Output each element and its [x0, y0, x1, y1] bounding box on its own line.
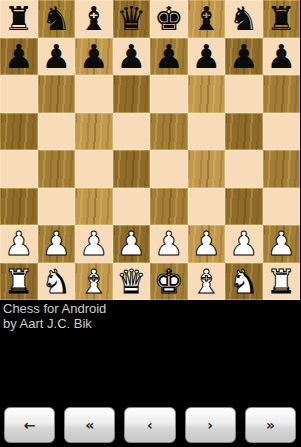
square-d2[interactable]: ♟	[113, 225, 151, 263]
piece-black-pawn: ♟	[229, 38, 259, 75]
square-h5[interactable]	[263, 113, 301, 151]
piece-white-rook: ♜	[266, 263, 296, 300]
square-a6[interactable]	[0, 75, 38, 113]
square-c3[interactable]	[75, 188, 113, 226]
square-b5[interactable]	[38, 113, 76, 151]
next-move-button[interactable]: ›	[185, 407, 236, 443]
piece-white-pawn: ♟	[229, 225, 259, 262]
square-g3[interactable]	[225, 188, 263, 226]
square-g1[interactable]: ♞	[225, 263, 263, 301]
fast-forward-icon: »	[266, 417, 275, 433]
square-e3[interactable]	[150, 188, 188, 226]
piece-black-rook: ♜	[4, 0, 34, 37]
piece-white-pawn: ♟	[116, 225, 146, 262]
square-c1[interactable]: ♝	[75, 263, 113, 301]
square-b1[interactable]: ♞	[38, 263, 76, 301]
square-c4[interactable]	[75, 150, 113, 188]
square-f5[interactable]	[188, 113, 226, 151]
piece-black-bishop: ♝	[79, 0, 109, 37]
left-arrow-icon: ←	[24, 417, 36, 433]
square-g4[interactable]	[225, 150, 263, 188]
square-h2[interactable]: ♟	[263, 225, 301, 263]
square-h8[interactable]: ♜	[263, 0, 301, 38]
piece-white-pawn: ♟	[191, 225, 221, 262]
square-a7[interactable]: ♟	[0, 38, 38, 76]
square-g8[interactable]: ♞	[225, 0, 263, 38]
square-b8[interactable]: ♞	[38, 0, 76, 38]
piece-black-pawn: ♟	[191, 38, 221, 75]
square-f7[interactable]: ♟	[188, 38, 226, 76]
square-f8[interactable]: ♝	[188, 0, 226, 38]
square-d8[interactable]: ♛	[113, 0, 151, 38]
chess-board: ♜♞♝♛♚♝♞♜♟♟♟♟♟♟♟♟♟♟♟♟♟♟♟♟♜♞♝♛♚♝♞♜	[0, 0, 300, 300]
square-a3[interactable]	[0, 188, 38, 226]
square-f3[interactable]	[188, 188, 226, 226]
square-b3[interactable]	[38, 188, 76, 226]
square-b4[interactable]	[38, 150, 76, 188]
square-b2[interactable]: ♟	[38, 225, 76, 263]
square-e6[interactable]	[150, 75, 188, 113]
square-e1[interactable]: ♚	[150, 263, 188, 301]
square-a4[interactable]	[0, 150, 38, 188]
piece-white-bishop: ♝	[79, 263, 109, 300]
square-f2[interactable]: ♟	[188, 225, 226, 263]
piece-white-pawn: ♟	[41, 225, 71, 262]
square-d6[interactable]	[113, 75, 151, 113]
piece-black-king: ♚	[154, 0, 184, 37]
square-h7[interactable]: ♟	[263, 38, 301, 76]
piece-black-bishop: ♝	[191, 0, 221, 37]
fast-backward-icon: «	[85, 417, 94, 433]
square-g6[interactable]	[225, 75, 263, 113]
square-e7[interactable]: ♟	[150, 38, 188, 76]
square-c7[interactable]: ♟	[75, 38, 113, 76]
square-b6[interactable]	[38, 75, 76, 113]
app-title: Chess for Android	[3, 301, 106, 316]
square-h6[interactable]	[263, 75, 301, 113]
square-f1[interactable]: ♝	[188, 263, 226, 301]
piece-black-pawn: ♟	[116, 38, 146, 75]
piece-white-pawn: ♟	[154, 225, 184, 262]
square-a2[interactable]: ♟	[0, 225, 38, 263]
square-d3[interactable]	[113, 188, 151, 226]
square-a8[interactable]: ♜	[0, 0, 38, 38]
piece-black-pawn: ♟	[154, 38, 184, 75]
square-d4[interactable]	[113, 150, 151, 188]
piece-white-queen: ♛	[116, 263, 146, 300]
piece-black-rook: ♜	[266, 0, 296, 37]
back-button[interactable]: ←	[4, 407, 55, 443]
step-forward-icon: ›	[207, 417, 213, 433]
piece-black-pawn: ♟	[4, 38, 34, 75]
square-e8[interactable]: ♚	[150, 0, 188, 38]
square-c5[interactable]	[75, 113, 113, 151]
piece-black-queen: ♛	[116, 0, 146, 37]
app-screen: ♜♞♝♛♚♝♞♜♟♟♟♟♟♟♟♟♟♟♟♟♟♟♟♟♜♞♝♛♚♝♞♜ Chess f…	[0, 0, 300, 447]
piece-white-bishop: ♝	[191, 263, 221, 300]
piece-black-knight: ♞	[41, 0, 71, 37]
prev-move-button[interactable]: ‹	[124, 407, 175, 443]
square-h1[interactable]: ♜	[263, 263, 301, 301]
last-move-button[interactable]: »	[245, 407, 296, 443]
piece-black-knight: ♞	[229, 0, 259, 37]
square-g7[interactable]: ♟	[225, 38, 263, 76]
square-e2[interactable]: ♟	[150, 225, 188, 263]
square-h4[interactable]	[263, 150, 301, 188]
piece-black-pawn: ♟	[266, 38, 296, 75]
piece-black-pawn: ♟	[79, 38, 109, 75]
piece-white-pawn: ♟	[266, 225, 296, 262]
piece-white-knight: ♞	[229, 263, 259, 300]
square-d1[interactable]: ♛	[113, 263, 151, 301]
first-move-button[interactable]: «	[64, 407, 115, 443]
square-a1[interactable]: ♜	[0, 263, 38, 301]
piece-white-king: ♚	[154, 263, 184, 300]
piece-white-pawn: ♟	[79, 225, 109, 262]
square-c2[interactable]: ♟	[75, 225, 113, 263]
square-f6[interactable]	[188, 75, 226, 113]
square-a5[interactable]	[0, 113, 38, 151]
app-author: by Aart J.C. Bik	[3, 316, 106, 331]
piece-white-pawn: ♟	[4, 225, 34, 262]
square-d5[interactable]	[113, 113, 151, 151]
square-g5[interactable]	[225, 113, 263, 151]
square-c6[interactable]	[75, 75, 113, 113]
square-f4[interactable]	[188, 150, 226, 188]
piece-white-knight: ♞	[41, 263, 71, 300]
piece-white-rook: ♜	[4, 263, 34, 300]
square-e4[interactable]	[150, 150, 188, 188]
step-backward-icon: ‹	[147, 417, 153, 433]
piece-black-pawn: ♟	[41, 38, 71, 75]
square-d7[interactable]: ♟	[113, 38, 151, 76]
app-info: Chess for Android by Aart J.C. Bik	[3, 301, 106, 331]
square-c8[interactable]: ♝	[75, 0, 113, 38]
square-b7[interactable]: ♟	[38, 38, 76, 76]
square-h3[interactable]	[263, 188, 301, 226]
square-e5[interactable]	[150, 113, 188, 151]
square-g2[interactable]: ♟	[225, 225, 263, 263]
nav-toolbar: ←«‹›»	[0, 407, 300, 443]
